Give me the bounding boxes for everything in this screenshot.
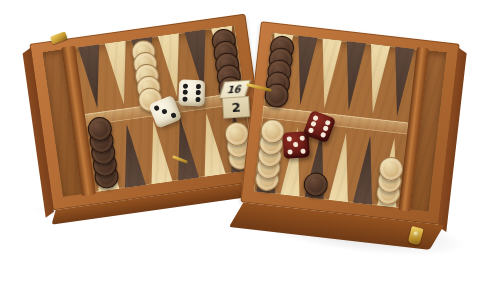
die-pip bbox=[301, 148, 306, 153]
die-pip bbox=[287, 143, 292, 148]
die-pip bbox=[314, 130, 320, 136]
die-pip bbox=[153, 105, 160, 112]
backgammon-left-tray: 16 2 bbox=[29, 14, 268, 211]
die-pip bbox=[293, 142, 298, 147]
die-pip bbox=[294, 149, 299, 154]
die-pip bbox=[316, 123, 322, 129]
doubling-cube-top-value: 16 bbox=[226, 84, 244, 96]
right-points-area bbox=[254, 33, 417, 209]
backgammon-right-tray bbox=[240, 21, 459, 224]
doubling-cube-front-face: 2 bbox=[222, 96, 250, 119]
die-pip bbox=[300, 142, 305, 147]
backgammon-photo-stage: 16 2 bbox=[0, 0, 500, 307]
checker-dark[interactable] bbox=[302, 171, 329, 198]
die-pip bbox=[168, 106, 175, 113]
die-pip bbox=[182, 90, 187, 95]
doubling-cube[interactable]: 16 2 bbox=[221, 80, 251, 119]
die-pip bbox=[325, 119, 331, 125]
die-pip bbox=[158, 117, 165, 124]
die-pip bbox=[293, 136, 298, 141]
die-pip bbox=[161, 108, 168, 115]
die-pip bbox=[195, 98, 200, 103]
brass-latch-icon bbox=[50, 31, 68, 44]
doubling-cube-front-value: 2 bbox=[231, 100, 241, 116]
die-pip bbox=[182, 97, 187, 102]
right-board-field bbox=[254, 33, 447, 212]
die-pip bbox=[165, 100, 172, 107]
left-board-field: 16 2 bbox=[43, 25, 255, 197]
die-pip bbox=[286, 136, 291, 141]
die-pip bbox=[323, 126, 329, 132]
die-pip bbox=[196, 84, 201, 89]
die-pip bbox=[159, 102, 166, 109]
die-pip bbox=[320, 132, 326, 138]
die-pip bbox=[164, 115, 171, 122]
white-die-2[interactable] bbox=[178, 80, 205, 107]
die-pip bbox=[287, 149, 292, 154]
die-pip bbox=[170, 112, 177, 119]
die-pip bbox=[182, 84, 187, 89]
die-pip bbox=[189, 91, 194, 96]
die-pip bbox=[300, 135, 305, 140]
die-pip bbox=[155, 111, 162, 118]
die-pip bbox=[189, 97, 194, 102]
die-pip bbox=[189, 84, 194, 89]
die-pip bbox=[195, 91, 200, 96]
